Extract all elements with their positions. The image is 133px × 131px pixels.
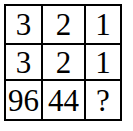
cell-r3c2: 44 [43, 81, 86, 119]
cell-r2c3: 1 [86, 45, 120, 81]
cell-r3c3-unknown: ? [86, 81, 120, 119]
cell-r1c2: 2 [43, 6, 86, 45]
puzzle-canvas: 3 2 1 3 2 1 96 44 ? [0, 0, 133, 131]
cell-r3c1: 96 [6, 81, 43, 119]
cell-r2c2: 2 [43, 45, 86, 81]
cell-r2c1: 3 [6, 45, 43, 81]
cell-r1c1: 3 [6, 6, 43, 45]
cell-r1c3: 1 [86, 6, 120, 45]
puzzle-board: 3 2 1 3 2 1 96 44 ? [4, 4, 122, 121]
